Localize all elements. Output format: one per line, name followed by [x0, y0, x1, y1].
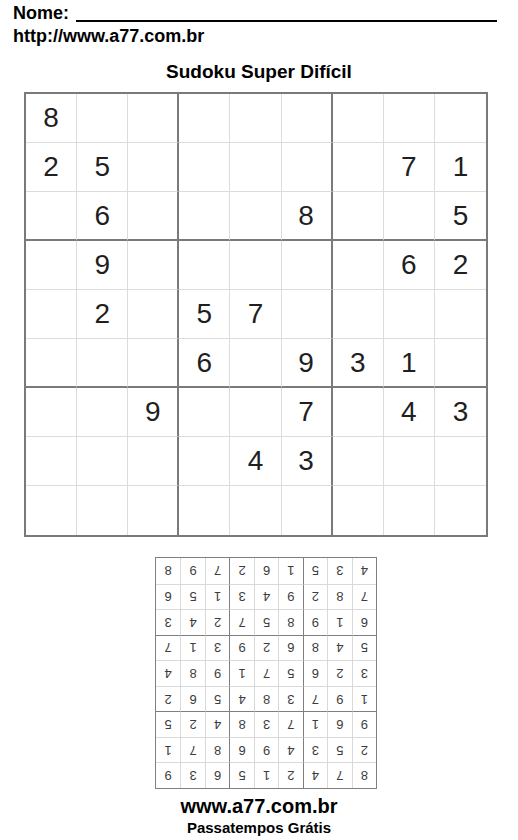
- sudoku-cell-r1c8[interactable]: [384, 94, 435, 143]
- sudoku-cell-r7c1[interactable]: [26, 388, 77, 437]
- sudoku-cell-r8c4[interactable]: [179, 437, 230, 486]
- solution-cell-r1c3: 4: [303, 762, 327, 788]
- sudoku-cell-r4c2: 9: [77, 241, 128, 290]
- solution-cell-r1c6: 5: [229, 762, 253, 788]
- name-fill-line[interactable]: [76, 20, 497, 22]
- sudoku-cell-r5c7[interactable]: [333, 290, 384, 339]
- sudoku-cell-r2c2: 5: [77, 143, 128, 192]
- sudoku-cell-r5c8[interactable]: [384, 290, 435, 339]
- sudoku-cell-r4c1[interactable]: [26, 241, 77, 290]
- sudoku-cell-r8c9[interactable]: [435, 437, 486, 486]
- solution-cell-r2c8: 7: [180, 737, 204, 763]
- solution-cell-r9c9: 8: [156, 558, 180, 584]
- solution-cell-r8c2: 8: [327, 584, 351, 610]
- solution-cell-r1c2: 7: [327, 762, 351, 788]
- solution-cell-r7c9: 3: [156, 609, 180, 635]
- solution-cell-r8c9: 6: [156, 584, 180, 610]
- sudoku-cell-r2c6[interactable]: [282, 143, 333, 192]
- site-url-text: http://www.a77.com.br: [13, 26, 204, 47]
- solution-cell-r9c8: 9: [180, 558, 204, 584]
- sudoku-cell-r9c4[interactable]: [179, 486, 230, 535]
- sudoku-cell-r2c8: 7: [384, 143, 435, 192]
- sudoku-cell-r1c5[interactable]: [230, 94, 281, 143]
- sudoku-cell-r3c7[interactable]: [333, 192, 384, 241]
- solution-cell-r7c8: 4: [180, 609, 204, 635]
- solution-cell-r2c6: 6: [229, 737, 253, 763]
- solution-cell-r3c7: 4: [205, 711, 229, 737]
- solution-cell-r6c6: 9: [229, 635, 253, 661]
- sudoku-cell-r1c3[interactable]: [128, 94, 179, 143]
- solution-cell-r9c5: 6: [254, 558, 278, 584]
- solution-cell-r1c4: 2: [278, 762, 302, 788]
- sudoku-cell-r3c6: 8: [282, 192, 333, 241]
- solution-cell-r6c4: 6: [278, 635, 302, 661]
- solution-cell-r1c8: 3: [180, 762, 204, 788]
- solution-cell-r1c7: 6: [205, 762, 229, 788]
- sudoku-cell-r6c6: 9: [282, 339, 333, 388]
- sudoku-cell-r6c2[interactable]: [77, 339, 128, 388]
- sudoku-cell-r6c5[interactable]: [230, 339, 281, 388]
- sudoku-cell-r6c1[interactable]: [26, 339, 77, 388]
- sudoku-cell-r5c3[interactable]: [128, 290, 179, 339]
- solution-cell-r2c1: 2: [352, 737, 376, 763]
- solution-cell-r2c3: 3: [303, 737, 327, 763]
- sudoku-cell-r1c4[interactable]: [179, 94, 230, 143]
- sudoku-cell-r3c1[interactable]: [26, 192, 77, 241]
- sudoku-cell-r7c2[interactable]: [77, 388, 128, 437]
- solution-cell-r3c8: 2: [180, 711, 204, 737]
- solution-cell-r5c4: 5: [278, 660, 302, 686]
- solution-cell-r8c7: 1: [205, 584, 229, 610]
- sudoku-cell-r4c6[interactable]: [282, 241, 333, 290]
- sudoku-cell-r7c4[interactable]: [179, 388, 230, 437]
- solution-cell-r2c9: 1: [156, 737, 180, 763]
- solution-cell-r3c9: 5: [156, 711, 180, 737]
- solution-cell-r7c6: 7: [229, 609, 253, 635]
- solution-cell-r9c6: 2: [229, 558, 253, 584]
- sudoku-cell-r4c4[interactable]: [179, 241, 230, 290]
- sudoku-cell-r8c5: 4: [230, 437, 281, 486]
- solution-cell-r5c7: 9: [205, 660, 229, 686]
- solution-cell-r5c9: 4: [156, 660, 180, 686]
- solution-cell-r5c8: 8: [180, 660, 204, 686]
- sudoku-cell-r8c3[interactable]: [128, 437, 179, 486]
- sudoku-cell-r4c8: 6: [384, 241, 435, 290]
- sudoku-cell-r8c7[interactable]: [333, 437, 384, 486]
- sudoku-cell-r7c6: 7: [282, 388, 333, 437]
- sudoku-cell-r3c9: 5: [435, 192, 486, 241]
- sudoku-cell-r5c9[interactable]: [435, 290, 486, 339]
- solution-cell-r4c9: 2: [156, 686, 180, 712]
- solution-cell-r6c7: 3: [205, 635, 229, 661]
- solution-cell-r6c3: 8: [303, 635, 327, 661]
- solution-cell-r9c4: 1: [278, 558, 302, 584]
- solution-cell-r5c1: 3: [352, 660, 376, 686]
- sudoku-cell-r6c4: 6: [179, 339, 230, 388]
- sudoku-cell-r9c2[interactable]: [77, 486, 128, 535]
- solution-cell-r8c3: 2: [303, 584, 327, 610]
- solution-cell-r2c4: 4: [278, 737, 302, 763]
- solution-cell-r2c7: 8: [205, 737, 229, 763]
- solution-cell-r4c2: 9: [327, 686, 351, 712]
- solution-cell-r2c2: 5: [327, 737, 351, 763]
- solution-cell-r5c6: 1: [229, 660, 253, 686]
- solution-cell-r5c5: 7: [254, 660, 278, 686]
- solution-cell-r7c1: 6: [352, 609, 376, 635]
- sudoku-cell-r5c6[interactable]: [282, 290, 333, 339]
- solution-cell-r7c2: 1: [327, 609, 351, 635]
- sudoku-cell-r3c3[interactable]: [128, 192, 179, 241]
- solution-cell-r4c7: 5: [205, 686, 229, 712]
- footer-site-text: www.a77.com.br: [0, 795, 518, 818]
- name-label: Nome:: [13, 3, 69, 24]
- solution-cell-r6c1: 5: [352, 635, 376, 661]
- solution-cell-r3c1: 9: [352, 711, 376, 737]
- sudoku-cell-r2c9: 1: [435, 143, 486, 192]
- sudoku-cell-r1c9[interactable]: [435, 94, 486, 143]
- sudoku-cell-r4c5[interactable]: [230, 241, 281, 290]
- sudoku-cell-r1c6[interactable]: [282, 94, 333, 143]
- solution-cell-r5c3: 6: [303, 660, 327, 686]
- footer-tagline: Passatempos Grátis: [0, 819, 518, 836]
- sudoku-cell-r1c1: 8: [26, 94, 77, 143]
- solution-cell-r7c4: 8: [278, 609, 302, 635]
- solution-cell-r6c8: 1: [180, 635, 204, 661]
- solution-cell-r9c3: 5: [303, 558, 327, 584]
- sudoku-cell-r4c3[interactable]: [128, 241, 179, 290]
- solution-cell-r3c3: 1: [303, 711, 327, 737]
- sudoku-cell-r9c9[interactable]: [435, 486, 486, 535]
- solution-cell-r8c5: 4: [254, 584, 278, 610]
- sudoku-cell-r2c4[interactable]: [179, 143, 230, 192]
- sudoku-cell-r7c3: 9: [128, 388, 179, 437]
- sudoku-cell-r3c8[interactable]: [384, 192, 435, 241]
- sudoku-cell-r9c7[interactable]: [333, 486, 384, 535]
- sudoku-cell-r7c5[interactable]: [230, 388, 281, 437]
- sudoku-cell-r2c1: 2: [26, 143, 77, 192]
- sudoku-cell-r5c2: 2: [77, 290, 128, 339]
- sudoku-cell-r9c5[interactable]: [230, 486, 281, 535]
- sudoku-cell-r1c2[interactable]: [77, 94, 128, 143]
- sudoku-cell-r2c3[interactable]: [128, 143, 179, 192]
- solution-cell-r4c8: 6: [180, 686, 204, 712]
- solution-cell-r2c5: 9: [254, 737, 278, 763]
- solution-cell-r3c4: 7: [278, 711, 302, 737]
- sudoku-cell-r8c1[interactable]: [26, 437, 77, 486]
- sudoku-cell-r5c1[interactable]: [26, 290, 77, 339]
- solution-cell-r6c5: 2: [254, 635, 278, 661]
- solution-cell-r9c7: 7: [205, 558, 229, 584]
- solution-cell-r8c8: 5: [180, 584, 204, 610]
- solution-cell-r6c9: 7: [156, 635, 180, 661]
- sudoku-cell-r6c7: 3: [333, 339, 384, 388]
- solution-cell-r7c3: 9: [303, 609, 327, 635]
- solution-cell-r3c6: 8: [229, 711, 253, 737]
- sudoku-cell-r1c7[interactable]: [333, 94, 384, 143]
- sudoku-cell-r3c5[interactable]: [230, 192, 281, 241]
- sudoku-cell-r8c2[interactable]: [77, 437, 128, 486]
- sudoku-cell-r4c7[interactable]: [333, 241, 384, 290]
- sudoku-cell-r8c8[interactable]: [384, 437, 435, 486]
- sudoku-cell-r2c5[interactable]: [230, 143, 281, 192]
- sudoku-cell-r5c5: 7: [230, 290, 281, 339]
- solution-cell-r4c6: 4: [229, 686, 253, 712]
- sudoku-cell-r6c8: 1: [384, 339, 435, 388]
- solution-cell-r3c5: 3: [254, 711, 278, 737]
- page-title: Sudoku Super Difícil: [0, 61, 518, 83]
- solution-cell-r8c6: 3: [229, 584, 253, 610]
- sudoku-cell-r9c8[interactable]: [384, 486, 435, 535]
- solution-cell-r1c1: 8: [352, 762, 376, 788]
- solution-cell-r7c7: 2: [205, 609, 229, 635]
- sudoku-solution-grid: 8742156392534968719617384251973845623265…: [155, 557, 377, 789]
- solution-cell-r1c9: 9: [156, 762, 180, 788]
- sudoku-cell-r5c4: 5: [179, 290, 230, 339]
- sudoku-cell-r6c3[interactable]: [128, 339, 179, 388]
- solution-cell-r1c5: 1: [254, 762, 278, 788]
- sudoku-cell-r9c1[interactable]: [26, 486, 77, 535]
- solution-cell-r7c5: 5: [254, 609, 278, 635]
- solution-cell-r4c1: 1: [352, 686, 376, 712]
- solution-cell-r6c2: 4: [327, 635, 351, 661]
- sudoku-cell-r3c4[interactable]: [179, 192, 230, 241]
- sudoku-cell-r2c7[interactable]: [333, 143, 384, 192]
- sudoku-cell-r8c6: 3: [282, 437, 333, 486]
- sudoku-cell-r7c9: 3: [435, 388, 486, 437]
- solution-cell-r8c1: 7: [352, 584, 376, 610]
- sudoku-cell-r4c9: 2: [435, 241, 486, 290]
- solution-cell-r3c2: 6: [327, 711, 351, 737]
- sudoku-cell-r3c2: 6: [77, 192, 128, 241]
- solution-cell-r5c2: 2: [327, 660, 351, 686]
- solution-cell-r4c3: 7: [303, 686, 327, 712]
- sudoku-cell-r6c9[interactable]: [435, 339, 486, 388]
- sudoku-cell-r9c6[interactable]: [282, 486, 333, 535]
- sudoku-cell-r7c7[interactable]: [333, 388, 384, 437]
- solution-cell-r9c2: 3: [327, 558, 351, 584]
- sudoku-cell-r7c8: 4: [384, 388, 435, 437]
- solution-cell-r4c4: 3: [278, 686, 302, 712]
- solution-cell-r8c4: 9: [278, 584, 302, 610]
- solution-cell-r4c5: 8: [254, 686, 278, 712]
- sudoku-cell-r9c3[interactable]: [128, 486, 179, 535]
- solution-cell-r9c1: 4: [352, 558, 376, 584]
- sudoku-grid: 825716859622576931974343: [24, 92, 488, 537]
